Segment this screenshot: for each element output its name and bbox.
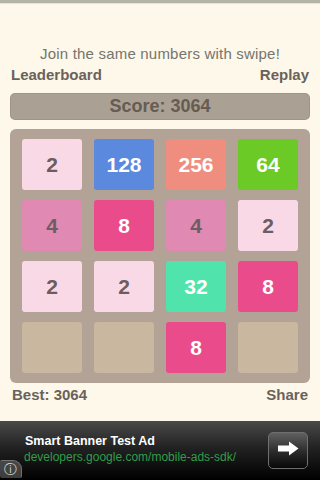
score-label: Score: 3064: [109, 96, 210, 117]
tile-128-r1c2: 128: [94, 139, 154, 190]
tile-4-r2c3: 4: [166, 200, 226, 251]
tile-4-r2c1: 4: [22, 200, 82, 251]
empty-cell-r4c1: [22, 322, 82, 373]
score-display: Score: 3064: [10, 93, 310, 120]
ad-url[interactable]: developers.google.com/mobile-ads-sdk/: [24, 450, 236, 464]
tile-8-r4c3: 8: [166, 322, 226, 373]
replay-button[interactable]: Replay: [260, 66, 309, 83]
app-title: Join the same numbers with swipe!: [0, 45, 320, 62]
empty-cell-r4c4: [238, 322, 298, 373]
footer-row: Best: 3064 Share: [12, 386, 308, 404]
status-bar: [0, 0, 320, 4]
tile-8-r2c2: 8: [94, 200, 154, 251]
ad-title: Smart Banner Test Ad: [25, 434, 155, 448]
tile-2-r1c1: 2: [22, 139, 82, 190]
tile-256-r1c3: 256: [166, 139, 226, 190]
tile-64-r1c4: 64: [238, 139, 298, 190]
ad-open-button[interactable]: [268, 432, 308, 469]
ad-info-icon[interactable]: ⓘ: [0, 460, 22, 478]
tile-2-r3c2: 2: [94, 261, 154, 312]
tile-2-r3c1: 2: [22, 261, 82, 312]
tile-32-r3c3: 32: [166, 261, 226, 312]
app-screen: Join the same numbers with swipe! Leader…: [0, 0, 320, 480]
right-arrow-icon: [278, 441, 299, 460]
tile-8-r3c4: 8: [238, 261, 298, 312]
tile-2-r2c4: 2: [238, 200, 298, 251]
game-board[interactable]: 2128256644842223288: [10, 129, 310, 383]
ad-banner[interactable]: Smart Banner Test Ad developers.google.c…: [0, 421, 320, 480]
empty-cell-r4c2: [94, 322, 154, 373]
best-score-label: Best: 3064: [12, 386, 87, 403]
leaderboard-button[interactable]: Leaderboard: [11, 66, 102, 83]
nav-row: Leaderboard Replay: [10, 66, 310, 84]
tile-grid: 2128256644842223288: [22, 139, 298, 373]
share-button[interactable]: Share: [266, 386, 308, 403]
